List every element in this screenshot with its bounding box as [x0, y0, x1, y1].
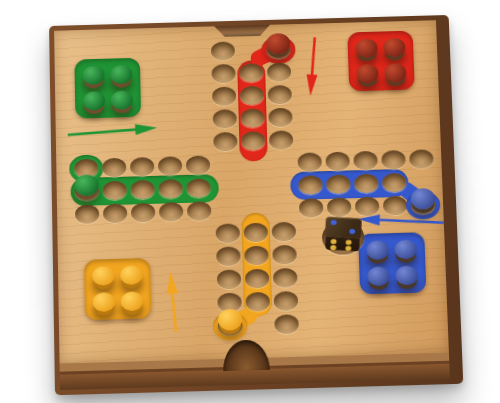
track-hole — [269, 130, 293, 149]
product-photo — [0, 0, 500, 403]
die-front-face — [325, 236, 360, 251]
blue-home-base — [358, 232, 426, 294]
yellow-peg[interactable] — [218, 308, 243, 330]
blue-peg[interactable] — [411, 188, 436, 210]
green-direction-arrow — [65, 120, 158, 143]
game-box — [49, 15, 463, 395]
die-pip — [331, 220, 337, 225]
track-hole — [103, 204, 127, 224]
red-peg[interactable] — [356, 64, 378, 83]
die-pip — [349, 229, 355, 234]
track-hole — [212, 87, 236, 106]
yellow-peg[interactable] — [92, 266, 114, 286]
track-hole — [159, 202, 183, 222]
yellow-peg[interactable] — [121, 291, 144, 311]
blue-peg[interactable] — [394, 239, 417, 259]
track-hole — [409, 149, 434, 169]
track-hole — [213, 109, 237, 128]
track-hole — [327, 197, 352, 217]
red-peg[interactable] — [355, 38, 377, 57]
green-peg[interactable] — [74, 174, 98, 196]
die-top-face — [325, 216, 362, 238]
track-hole — [268, 85, 292, 104]
yellow-home-base — [84, 258, 152, 320]
track-hole — [186, 155, 210, 175]
track-hole — [131, 203, 155, 223]
green-peg[interactable] — [111, 90, 133, 109]
die-pip — [330, 245, 336, 250]
track-hole — [102, 158, 126, 178]
die-pip — [330, 239, 336, 244]
green-peg[interactable] — [110, 65, 132, 84]
green-peg[interactable] — [83, 91, 105, 110]
die-pip — [345, 240, 351, 245]
track-hole — [274, 314, 299, 334]
green-peg[interactable] — [82, 66, 104, 85]
track-hole — [297, 152, 322, 172]
track-hole — [274, 291, 299, 311]
track-hole — [130, 157, 154, 177]
track-hole — [353, 151, 378, 171]
track-hole — [299, 198, 324, 218]
track-hole — [272, 222, 297, 242]
track-hole — [216, 246, 241, 266]
blue-peg[interactable] — [366, 240, 389, 260]
green-home-base — [74, 58, 141, 119]
yellow-direction-arrow — [162, 271, 184, 335]
track-hole — [267, 62, 291, 81]
track-hole — [213, 132, 237, 151]
blue-direction-arrow — [357, 211, 446, 231]
track-hole — [216, 223, 241, 243]
red-peg[interactable] — [383, 38, 405, 57]
wooden-die[interactable] — [324, 216, 362, 251]
track-hole — [272, 245, 297, 265]
yellow-peg[interactable] — [93, 292, 115, 312]
track-hole — [381, 150, 406, 170]
red-peg[interactable] — [384, 63, 407, 82]
track-hole — [211, 64, 235, 83]
lid-top-notch — [214, 25, 270, 37]
track-hole — [211, 41, 235, 60]
track-hole — [217, 269, 242, 289]
die-pip — [345, 246, 351, 251]
red-home-base — [347, 31, 415, 92]
yellow-peg[interactable] — [120, 265, 142, 285]
blue-peg[interactable] — [367, 266, 390, 286]
blue-peg[interactable] — [395, 266, 418, 286]
track-hole — [325, 152, 350, 172]
red-peg[interactable] — [266, 33, 290, 54]
track-hole — [187, 201, 211, 221]
track-hole — [268, 108, 292, 127]
track-hole — [75, 204, 99, 224]
board-surface — [54, 20, 449, 363]
track-hole — [273, 268, 298, 288]
track-hole — [158, 156, 182, 176]
red-direction-arrow — [302, 35, 322, 97]
